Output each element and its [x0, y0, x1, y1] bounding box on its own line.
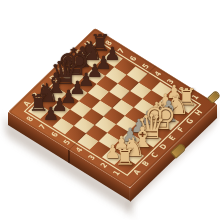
piece-white-rook[interactable]: ♜: [115, 146, 136, 169]
chess-set-photo: AABBCCDDEEFFGGHH8877665544332211 ♜♞♝♛♚♝♞…: [0, 0, 220, 220]
fold-seam: [68, 149, 70, 163]
piece-black-pawn[interactable]: ♟: [43, 105, 59, 123]
